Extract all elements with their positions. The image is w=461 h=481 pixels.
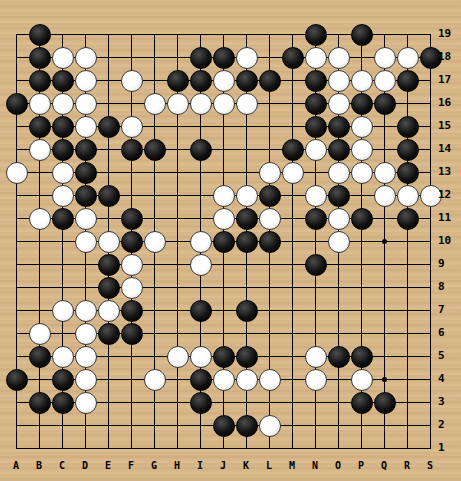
intersection-O6[interactable] — [327, 322, 350, 345]
intersection-O2[interactable] — [327, 414, 350, 437]
intersection-I4[interactable] — [189, 368, 212, 391]
intersection-L13[interactable] — [258, 161, 281, 184]
intersection-B16[interactable] — [28, 92, 51, 115]
intersection-N11[interactable] — [304, 207, 327, 230]
intersection-O7[interactable] — [327, 299, 350, 322]
intersection-Q6[interactable] — [373, 322, 396, 345]
intersection-M16[interactable] — [281, 92, 304, 115]
intersection-F2[interactable] — [120, 414, 143, 437]
intersection-A7[interactable] — [5, 299, 28, 322]
intersection-K17[interactable] — [235, 69, 258, 92]
intersection-R9[interactable] — [396, 253, 419, 276]
intersection-H8[interactable] — [166, 276, 189, 299]
intersection-Q2[interactable] — [373, 414, 396, 437]
intersection-G13[interactable] — [143, 161, 166, 184]
intersection-K16[interactable] — [235, 92, 258, 115]
intersection-C10[interactable] — [51, 230, 74, 253]
intersection-J5[interactable] — [212, 345, 235, 368]
intersection-H13[interactable] — [166, 161, 189, 184]
intersection-K11[interactable] — [235, 207, 258, 230]
intersection-B6[interactable] — [28, 322, 51, 345]
intersection-O15[interactable] — [327, 115, 350, 138]
intersection-A13[interactable] — [5, 161, 28, 184]
intersection-G8[interactable] — [143, 276, 166, 299]
intersection-C18[interactable] — [51, 46, 74, 69]
intersection-C19[interactable] — [51, 23, 74, 46]
intersection-L2[interactable] — [258, 414, 281, 437]
intersection-D4[interactable] — [74, 368, 97, 391]
intersection-Q11[interactable] — [373, 207, 396, 230]
intersection-R6[interactable] — [396, 322, 419, 345]
intersection-E5[interactable] — [97, 345, 120, 368]
intersection-N6[interactable] — [304, 322, 327, 345]
intersection-K15[interactable] — [235, 115, 258, 138]
intersection-O13[interactable] — [327, 161, 350, 184]
intersection-D14[interactable] — [74, 138, 97, 161]
intersection-D15[interactable] — [74, 115, 97, 138]
intersection-H1[interactable] — [166, 437, 189, 460]
intersection-D1[interactable] — [74, 437, 97, 460]
intersection-I12[interactable] — [189, 184, 212, 207]
intersection-A18[interactable] — [5, 46, 28, 69]
intersection-N18[interactable] — [304, 46, 327, 69]
intersection-A9[interactable] — [5, 253, 28, 276]
intersection-Q3[interactable] — [373, 391, 396, 414]
intersection-D2[interactable] — [74, 414, 97, 437]
intersection-R3[interactable] — [396, 391, 419, 414]
intersection-A10[interactable] — [5, 230, 28, 253]
intersection-K6[interactable] — [235, 322, 258, 345]
intersection-N16[interactable] — [304, 92, 327, 115]
intersection-H3[interactable] — [166, 391, 189, 414]
intersection-A8[interactable] — [5, 276, 28, 299]
intersection-O11[interactable] — [327, 207, 350, 230]
intersection-H5[interactable] — [166, 345, 189, 368]
intersection-B9[interactable] — [28, 253, 51, 276]
intersection-D9[interactable] — [74, 253, 97, 276]
intersection-E18[interactable] — [97, 46, 120, 69]
intersection-I14[interactable] — [189, 138, 212, 161]
intersection-H12[interactable] — [166, 184, 189, 207]
intersection-J18[interactable] — [212, 46, 235, 69]
intersection-L10[interactable] — [258, 230, 281, 253]
intersection-I8[interactable] — [189, 276, 212, 299]
intersection-H14[interactable] — [166, 138, 189, 161]
intersection-Q7[interactable] — [373, 299, 396, 322]
intersection-N17[interactable] — [304, 69, 327, 92]
intersection-G19[interactable] — [143, 23, 166, 46]
intersection-M18[interactable] — [281, 46, 304, 69]
intersection-L3[interactable] — [258, 391, 281, 414]
intersection-M15[interactable] — [281, 115, 304, 138]
intersection-F17[interactable] — [120, 69, 143, 92]
intersection-E2[interactable] — [97, 414, 120, 437]
intersection-A4[interactable] — [5, 368, 28, 391]
intersection-I3[interactable] — [189, 391, 212, 414]
intersection-E11[interactable] — [97, 207, 120, 230]
intersection-N10[interactable] — [304, 230, 327, 253]
intersection-Q17[interactable] — [373, 69, 396, 92]
intersection-N9[interactable] — [304, 253, 327, 276]
intersection-L11[interactable] — [258, 207, 281, 230]
intersection-B8[interactable] — [28, 276, 51, 299]
intersection-P8[interactable] — [350, 276, 373, 299]
intersection-L9[interactable] — [258, 253, 281, 276]
intersection-B10[interactable] — [28, 230, 51, 253]
intersection-K9[interactable] — [235, 253, 258, 276]
intersection-D17[interactable] — [74, 69, 97, 92]
intersection-E16[interactable] — [97, 92, 120, 115]
intersection-B7[interactable] — [28, 299, 51, 322]
intersection-F4[interactable] — [120, 368, 143, 391]
intersection-I13[interactable] — [189, 161, 212, 184]
intersection-C8[interactable] — [51, 276, 74, 299]
intersection-A1[interactable] — [5, 437, 28, 460]
intersection-A11[interactable] — [5, 207, 28, 230]
intersection-G16[interactable] — [143, 92, 166, 115]
intersection-D10[interactable] — [74, 230, 97, 253]
intersection-I17[interactable] — [189, 69, 212, 92]
intersection-Q16[interactable] — [373, 92, 396, 115]
intersection-F18[interactable] — [120, 46, 143, 69]
intersection-Q8[interactable] — [373, 276, 396, 299]
intersection-N14[interactable] — [304, 138, 327, 161]
intersection-J6[interactable] — [212, 322, 235, 345]
intersection-K8[interactable] — [235, 276, 258, 299]
intersection-D18[interactable] — [74, 46, 97, 69]
intersection-F16[interactable] — [120, 92, 143, 115]
intersection-E15[interactable] — [97, 115, 120, 138]
intersection-A16[interactable] — [5, 92, 28, 115]
intersection-M12[interactable] — [281, 184, 304, 207]
intersection-Q10[interactable] — [373, 230, 396, 253]
intersection-E10[interactable] — [97, 230, 120, 253]
intersection-G3[interactable] — [143, 391, 166, 414]
intersection-J10[interactable] — [212, 230, 235, 253]
intersection-F6[interactable] — [120, 322, 143, 345]
intersection-O14[interactable] — [327, 138, 350, 161]
intersection-E6[interactable] — [97, 322, 120, 345]
intersection-H2[interactable] — [166, 414, 189, 437]
intersection-A3[interactable] — [5, 391, 28, 414]
intersection-O5[interactable] — [327, 345, 350, 368]
intersection-Q12[interactable] — [373, 184, 396, 207]
intersection-M4[interactable] — [281, 368, 304, 391]
intersection-K2[interactable] — [235, 414, 258, 437]
intersection-C17[interactable] — [51, 69, 74, 92]
intersection-H16[interactable] — [166, 92, 189, 115]
intersection-G14[interactable] — [143, 138, 166, 161]
intersection-Q14[interactable] — [373, 138, 396, 161]
intersection-H4[interactable] — [166, 368, 189, 391]
intersection-B1[interactable] — [28, 437, 51, 460]
intersection-J12[interactable] — [212, 184, 235, 207]
intersection-P13[interactable] — [350, 161, 373, 184]
intersection-J3[interactable] — [212, 391, 235, 414]
intersection-G15[interactable] — [143, 115, 166, 138]
intersection-C11[interactable] — [51, 207, 74, 230]
intersection-C7[interactable] — [51, 299, 74, 322]
intersection-H19[interactable] — [166, 23, 189, 46]
intersection-Q13[interactable] — [373, 161, 396, 184]
intersection-G4[interactable] — [143, 368, 166, 391]
intersection-O19[interactable] — [327, 23, 350, 46]
intersection-I11[interactable] — [189, 207, 212, 230]
intersection-J17[interactable] — [212, 69, 235, 92]
intersection-O10[interactable] — [327, 230, 350, 253]
intersection-J8[interactable] — [212, 276, 235, 299]
intersection-I18[interactable] — [189, 46, 212, 69]
intersection-P12[interactable] — [350, 184, 373, 207]
intersection-C15[interactable] — [51, 115, 74, 138]
intersection-C3[interactable] — [51, 391, 74, 414]
intersection-F5[interactable] — [120, 345, 143, 368]
intersection-I10[interactable] — [189, 230, 212, 253]
intersection-J13[interactable] — [212, 161, 235, 184]
intersection-E9[interactable] — [97, 253, 120, 276]
intersection-F9[interactable] — [120, 253, 143, 276]
intersection-H15[interactable] — [166, 115, 189, 138]
intersection-N3[interactable] — [304, 391, 327, 414]
intersection-A17[interactable] — [5, 69, 28, 92]
intersection-C5[interactable] — [51, 345, 74, 368]
intersection-M5[interactable] — [281, 345, 304, 368]
intersection-R1[interactable] — [396, 437, 419, 460]
intersection-M1[interactable] — [281, 437, 304, 460]
intersection-E3[interactable] — [97, 391, 120, 414]
intersection-F7[interactable] — [120, 299, 143, 322]
intersection-F3[interactable] — [120, 391, 143, 414]
intersection-O3[interactable] — [327, 391, 350, 414]
intersection-R19[interactable] — [396, 23, 419, 46]
intersection-L6[interactable] — [258, 322, 281, 345]
intersection-G18[interactable] — [143, 46, 166, 69]
intersection-R12[interactable] — [396, 184, 419, 207]
intersection-J2[interactable] — [212, 414, 235, 437]
intersection-J4[interactable] — [212, 368, 235, 391]
intersection-A6[interactable] — [5, 322, 28, 345]
intersection-B2[interactable] — [28, 414, 51, 437]
intersection-N12[interactable] — [304, 184, 327, 207]
intersection-C9[interactable] — [51, 253, 74, 276]
intersection-O9[interactable] — [327, 253, 350, 276]
intersection-I6[interactable] — [189, 322, 212, 345]
intersection-M19[interactable] — [281, 23, 304, 46]
intersection-K12[interactable] — [235, 184, 258, 207]
intersection-B18[interactable] — [28, 46, 51, 69]
intersection-N15[interactable] — [304, 115, 327, 138]
intersection-D5[interactable] — [74, 345, 97, 368]
intersection-P2[interactable] — [350, 414, 373, 437]
intersection-O17[interactable] — [327, 69, 350, 92]
intersection-L12[interactable] — [258, 184, 281, 207]
intersection-O18[interactable] — [327, 46, 350, 69]
intersection-H18[interactable] — [166, 46, 189, 69]
intersection-C16[interactable] — [51, 92, 74, 115]
intersection-F1[interactable] — [120, 437, 143, 460]
intersection-G7[interactable] — [143, 299, 166, 322]
intersection-R13[interactable] — [396, 161, 419, 184]
intersection-L8[interactable] — [258, 276, 281, 299]
intersection-I9[interactable] — [189, 253, 212, 276]
intersection-G11[interactable] — [143, 207, 166, 230]
intersection-I16[interactable] — [189, 92, 212, 115]
intersection-K4[interactable] — [235, 368, 258, 391]
intersection-C14[interactable] — [51, 138, 74, 161]
intersection-D13[interactable] — [74, 161, 97, 184]
intersection-I19[interactable] — [189, 23, 212, 46]
intersection-G2[interactable] — [143, 414, 166, 437]
intersection-F15[interactable] — [120, 115, 143, 138]
intersection-R7[interactable] — [396, 299, 419, 322]
intersection-J7[interactable] — [212, 299, 235, 322]
intersection-C2[interactable] — [51, 414, 74, 437]
intersection-J14[interactable] — [212, 138, 235, 161]
intersection-I7[interactable] — [189, 299, 212, 322]
intersection-M8[interactable] — [281, 276, 304, 299]
intersection-A19[interactable] — [5, 23, 28, 46]
intersection-E8[interactable] — [97, 276, 120, 299]
intersection-J19[interactable] — [212, 23, 235, 46]
intersection-K19[interactable] — [235, 23, 258, 46]
intersection-N1[interactable] — [304, 437, 327, 460]
intersection-I5[interactable] — [189, 345, 212, 368]
intersection-N8[interactable] — [304, 276, 327, 299]
intersection-R11[interactable] — [396, 207, 419, 230]
intersection-A5[interactable] — [5, 345, 28, 368]
intersection-E4[interactable] — [97, 368, 120, 391]
intersection-F11[interactable] — [120, 207, 143, 230]
intersection-I1[interactable] — [189, 437, 212, 460]
intersection-D11[interactable] — [74, 207, 97, 230]
intersection-Q19[interactable] — [373, 23, 396, 46]
intersection-F19[interactable] — [120, 23, 143, 46]
intersection-C4[interactable] — [51, 368, 74, 391]
intersection-R10[interactable] — [396, 230, 419, 253]
intersection-R5[interactable] — [396, 345, 419, 368]
intersection-H11[interactable] — [166, 207, 189, 230]
intersection-E19[interactable] — [97, 23, 120, 46]
intersection-L14[interactable] — [258, 138, 281, 161]
intersection-M17[interactable] — [281, 69, 304, 92]
intersection-O16[interactable] — [327, 92, 350, 115]
intersection-P7[interactable] — [350, 299, 373, 322]
intersection-P15[interactable] — [350, 115, 373, 138]
intersection-K5[interactable] — [235, 345, 258, 368]
intersection-O4[interactable] — [327, 368, 350, 391]
intersection-M2[interactable] — [281, 414, 304, 437]
intersection-D16[interactable] — [74, 92, 97, 115]
intersection-R18[interactable] — [396, 46, 419, 69]
intersection-F10[interactable] — [120, 230, 143, 253]
intersection-E14[interactable] — [97, 138, 120, 161]
intersection-C13[interactable] — [51, 161, 74, 184]
intersection-B13[interactable] — [28, 161, 51, 184]
intersection-M7[interactable] — [281, 299, 304, 322]
intersection-R16[interactable] — [396, 92, 419, 115]
intersection-B11[interactable] — [28, 207, 51, 230]
intersection-N2[interactable] — [304, 414, 327, 437]
intersection-D3[interactable] — [74, 391, 97, 414]
intersection-B3[interactable] — [28, 391, 51, 414]
intersection-R8[interactable] — [396, 276, 419, 299]
intersection-Q9[interactable] — [373, 253, 396, 276]
intersection-J1[interactable] — [212, 437, 235, 460]
intersection-O1[interactable] — [327, 437, 350, 460]
intersection-A15[interactable] — [5, 115, 28, 138]
intersection-G12[interactable] — [143, 184, 166, 207]
intersection-B4[interactable] — [28, 368, 51, 391]
intersection-E17[interactable] — [97, 69, 120, 92]
intersection-K13[interactable] — [235, 161, 258, 184]
intersection-P10[interactable] — [350, 230, 373, 253]
intersection-F14[interactable] — [120, 138, 143, 161]
intersection-M6[interactable] — [281, 322, 304, 345]
intersection-D7[interactable] — [74, 299, 97, 322]
intersection-K10[interactable] — [235, 230, 258, 253]
intersection-H7[interactable] — [166, 299, 189, 322]
intersection-J9[interactable] — [212, 253, 235, 276]
intersection-E13[interactable] — [97, 161, 120, 184]
intersection-N19[interactable] — [304, 23, 327, 46]
intersection-D12[interactable] — [74, 184, 97, 207]
intersection-P5[interactable] — [350, 345, 373, 368]
intersection-L16[interactable] — [258, 92, 281, 115]
intersection-R2[interactable] — [396, 414, 419, 437]
intersection-B14[interactable] — [28, 138, 51, 161]
intersection-P19[interactable] — [350, 23, 373, 46]
intersection-P18[interactable] — [350, 46, 373, 69]
intersection-R15[interactable] — [396, 115, 419, 138]
intersection-K1[interactable] — [235, 437, 258, 460]
intersection-N13[interactable] — [304, 161, 327, 184]
intersection-L1[interactable] — [258, 437, 281, 460]
intersection-B12[interactable] — [28, 184, 51, 207]
intersection-D19[interactable] — [74, 23, 97, 46]
intersection-B17[interactable] — [28, 69, 51, 92]
intersection-P1[interactable] — [350, 437, 373, 460]
intersection-N4[interactable] — [304, 368, 327, 391]
intersection-I15[interactable] — [189, 115, 212, 138]
intersection-C12[interactable] — [51, 184, 74, 207]
intersection-B15[interactable] — [28, 115, 51, 138]
intersection-H9[interactable] — [166, 253, 189, 276]
intersection-C6[interactable] — [51, 322, 74, 345]
intersection-L4[interactable] — [258, 368, 281, 391]
intersection-K18[interactable] — [235, 46, 258, 69]
intersection-L19[interactable] — [258, 23, 281, 46]
intersection-P11[interactable] — [350, 207, 373, 230]
intersection-G10[interactable] — [143, 230, 166, 253]
intersection-J15[interactable] — [212, 115, 235, 138]
intersection-P3[interactable] — [350, 391, 373, 414]
intersection-R14[interactable] — [396, 138, 419, 161]
intersection-E12[interactable] — [97, 184, 120, 207]
intersection-L7[interactable] — [258, 299, 281, 322]
intersection-J11[interactable] — [212, 207, 235, 230]
intersection-G1[interactable] — [143, 437, 166, 460]
intersection-M11[interactable] — [281, 207, 304, 230]
intersection-L15[interactable] — [258, 115, 281, 138]
intersection-B19[interactable] — [28, 23, 51, 46]
intersection-C1[interactable] — [51, 437, 74, 460]
intersection-I2[interactable] — [189, 414, 212, 437]
intersection-L18[interactable] — [258, 46, 281, 69]
intersection-H10[interactable] — [166, 230, 189, 253]
intersection-G6[interactable] — [143, 322, 166, 345]
intersection-H17[interactable] — [166, 69, 189, 92]
intersection-G9[interactable] — [143, 253, 166, 276]
